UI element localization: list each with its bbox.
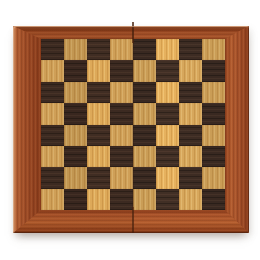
- square-r5c7[interactable]: [179, 125, 202, 146]
- square-r5c8[interactable]: [202, 125, 225, 146]
- square-r3c1[interactable]: [41, 82, 64, 103]
- square-r1c5[interactable]: [133, 39, 156, 60]
- square-r2c1[interactable]: [41, 60, 64, 81]
- square-r1c1[interactable]: [41, 39, 64, 60]
- square-r3c4[interactable]: [110, 82, 133, 103]
- square-r3c3[interactable]: [87, 82, 110, 103]
- square-r1c3[interactable]: [87, 39, 110, 60]
- square-r5c6[interactable]: [156, 125, 179, 146]
- square-r2c8[interactable]: [202, 60, 225, 81]
- square-r1c6[interactable]: [156, 39, 179, 60]
- square-r1c4[interactable]: [110, 39, 133, 60]
- square-r6c1[interactable]: [41, 146, 64, 167]
- square-r2c4[interactable]: [110, 60, 133, 81]
- square-r6c3[interactable]: [87, 146, 110, 167]
- square-r6c5[interactable]: [133, 146, 156, 167]
- square-r5c4[interactable]: [110, 125, 133, 146]
- square-r8c5[interactable]: [133, 189, 156, 210]
- square-r2c3[interactable]: [87, 60, 110, 81]
- square-r7c7[interactable]: [179, 167, 202, 188]
- square-r4c4[interactable]: [110, 103, 133, 124]
- square-r2c6[interactable]: [156, 60, 179, 81]
- frame-right-rail: [225, 26, 249, 233]
- square-r6c6[interactable]: [156, 146, 179, 167]
- square-r8c4[interactable]: [110, 189, 133, 210]
- square-r6c8[interactable]: [202, 146, 225, 167]
- square-r7c5[interactable]: [133, 167, 156, 188]
- square-r5c1[interactable]: [41, 125, 64, 146]
- frame-top-rail: [13, 26, 249, 39]
- square-r8c1[interactable]: [41, 189, 64, 210]
- square-r7c8[interactable]: [202, 167, 225, 188]
- square-r5c5[interactable]: [133, 125, 156, 146]
- square-r8c8[interactable]: [202, 189, 225, 210]
- square-r5c3[interactable]: [87, 125, 110, 146]
- square-r6c4[interactable]: [110, 146, 133, 167]
- square-r4c8[interactable]: [202, 103, 225, 124]
- square-r4c5[interactable]: [133, 103, 156, 124]
- square-r7c4[interactable]: [110, 167, 133, 188]
- square-r3c7[interactable]: [179, 82, 202, 103]
- square-r8c3[interactable]: [87, 189, 110, 210]
- squares-grid: [41, 39, 225, 210]
- square-r1c2[interactable]: [64, 39, 87, 60]
- square-r6c7[interactable]: [179, 146, 202, 167]
- square-r3c6[interactable]: [156, 82, 179, 103]
- photo-background: [0, 0, 260, 260]
- square-r3c2[interactable]: [64, 82, 87, 103]
- square-r1c8[interactable]: [202, 39, 225, 60]
- square-r3c5[interactable]: [133, 82, 156, 103]
- square-r5c2[interactable]: [64, 125, 87, 146]
- square-r4c1[interactable]: [41, 103, 64, 124]
- square-r7c3[interactable]: [87, 167, 110, 188]
- square-r2c2[interactable]: [64, 60, 87, 81]
- square-r8c7[interactable]: [179, 189, 202, 210]
- square-r4c2[interactable]: [64, 103, 87, 124]
- square-r4c3[interactable]: [87, 103, 110, 124]
- chessboard: [13, 26, 249, 233]
- frame-left-rail: [13, 26, 41, 233]
- square-r7c2[interactable]: [64, 167, 87, 188]
- square-r8c2[interactable]: [64, 189, 87, 210]
- square-r1c7[interactable]: [179, 39, 202, 60]
- square-r3c8[interactable]: [202, 82, 225, 103]
- square-r2c7[interactable]: [179, 60, 202, 81]
- frame-bottom-rail: [13, 210, 249, 233]
- square-r4c6[interactable]: [156, 103, 179, 124]
- square-r4c7[interactable]: [179, 103, 202, 124]
- square-r8c6[interactable]: [156, 189, 179, 210]
- square-r7c6[interactable]: [156, 167, 179, 188]
- square-r7c1[interactable]: [41, 167, 64, 188]
- square-r2c5[interactable]: [133, 60, 156, 81]
- square-r6c2[interactable]: [64, 146, 87, 167]
